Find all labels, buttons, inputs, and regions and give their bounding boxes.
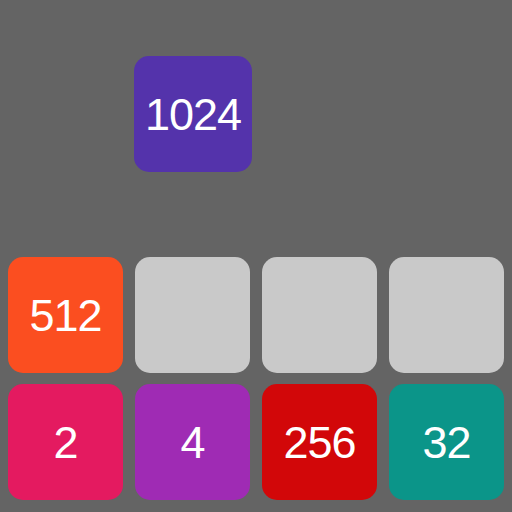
game-screen: 5122425632 1024	[0, 0, 512, 512]
tile-32: 32	[389, 384, 504, 500]
board-grid[interactable]: 5122425632	[8, 3, 504, 500]
tile-512: 512	[8, 257, 123, 373]
tile-2: 2	[8, 384, 123, 500]
empty-cell[interactable]	[262, 257, 377, 373]
falling-tile-1024[interactable]: 1024	[134, 56, 252, 172]
tile-4: 4	[135, 384, 250, 500]
empty-cell[interactable]	[389, 257, 504, 373]
tile-256: 256	[262, 384, 377, 500]
empty-cell[interactable]	[135, 257, 250, 373]
